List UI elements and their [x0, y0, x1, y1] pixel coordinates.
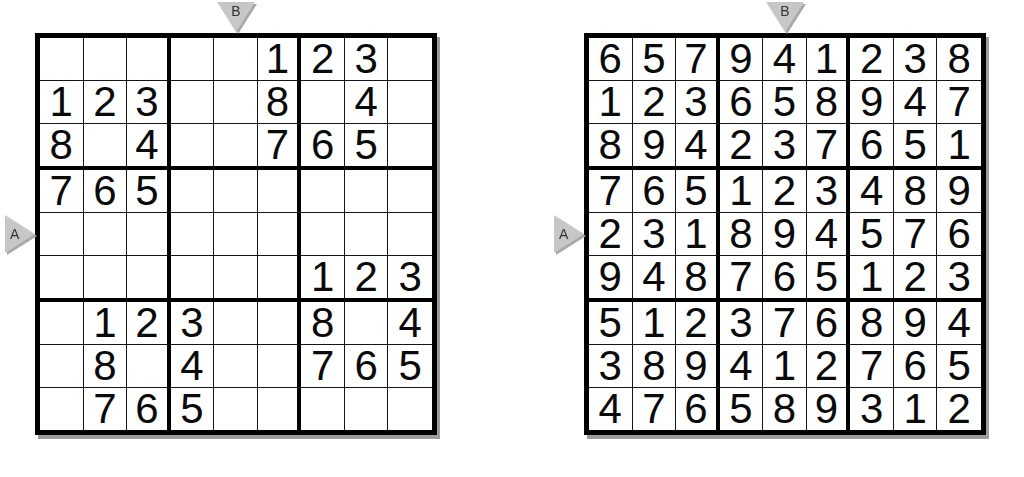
marker-b-label: B: [780, 3, 789, 19]
cell-r8c3[interactable]: [127, 345, 171, 388]
cell-r1c2[interactable]: [84, 38, 128, 81]
cell-r4c7: 4: [850, 170, 894, 213]
cell-r3c9: 1: [937, 124, 981, 170]
cell-r3c5: 3: [763, 124, 807, 170]
cell-r6c1[interactable]: [40, 256, 84, 302]
cell-r3c8: 5: [894, 124, 938, 170]
cell-r2c7: 9: [850, 81, 894, 124]
cell-r2c8[interactable]: 4: [345, 81, 389, 124]
cell-r3c7: 6: [850, 124, 894, 170]
column-marker-b: B: [766, 2, 804, 32]
cell-r6c4: 7: [720, 256, 764, 302]
cell-r9c9: 2: [937, 388, 981, 430]
cell-r8c5: 1: [763, 345, 807, 388]
cell-r2c7[interactable]: [301, 81, 345, 124]
cell-r1c8: 3: [894, 38, 938, 81]
cell-r5c4[interactable]: [171, 213, 215, 256]
cell-r6c2[interactable]: [84, 256, 128, 302]
cell-r5c7[interactable]: [301, 213, 345, 256]
cell-r2c1: 1: [589, 81, 633, 124]
cell-r8c1: 3: [589, 345, 633, 388]
cell-r6c8: 2: [894, 256, 938, 302]
cell-r9c8[interactable]: [345, 388, 389, 431]
cell-r3c3: 4: [676, 124, 720, 170]
cell-r4c8: 8: [894, 170, 938, 213]
cell-r5c5[interactable]: [214, 213, 258, 256]
cell-r5c1[interactable]: [40, 213, 84, 256]
cell-r4c9[interactable]: [388, 170, 432, 213]
cell-r1c8[interactable]: 3: [345, 38, 389, 81]
cell-r4c4: 1: [720, 170, 764, 213]
cell-r1c6: 1: [807, 38, 851, 81]
cell-r3c3[interactable]: 4: [127, 124, 171, 170]
sudoku-board-solution: B A 657941238123658947894237651765123489…: [584, 33, 986, 435]
sudoku-grid-puzzle: 12312384847657651231238484765765: [35, 33, 437, 435]
cell-r9c3[interactable]: 6: [127, 388, 171, 431]
cell-r5c2: 3: [633, 213, 677, 256]
cell-r4c1[interactable]: 7: [40, 170, 84, 213]
marker-a-label: A: [559, 226, 568, 242]
cell-r8c7[interactable]: 7: [301, 345, 345, 388]
cell-r6c8[interactable]: 2: [345, 256, 389, 302]
cell-r1c4: 9: [720, 38, 764, 81]
cell-r8c4[interactable]: 4: [171, 345, 215, 388]
cell-r5c6[interactable]: [258, 213, 302, 256]
cell-r3c2[interactable]: [84, 124, 128, 170]
cell-r2c3[interactable]: 3: [127, 81, 171, 124]
cell-r1c7[interactable]: 2: [301, 38, 345, 81]
cell-r8c5[interactable]: [214, 345, 258, 388]
cell-r1c1: 6: [589, 38, 633, 81]
cell-r9c8: 1: [894, 388, 938, 430]
cell-r8c1[interactable]: [40, 345, 84, 388]
cell-r2c8: 4: [894, 81, 938, 124]
cell-r7c3[interactable]: 2: [127, 302, 171, 345]
cell-r4c7[interactable]: [301, 170, 345, 213]
cell-r7c4[interactable]: 3: [171, 302, 215, 345]
row-marker-a: A: [554, 215, 584, 253]
cell-r6c9[interactable]: 3: [388, 256, 432, 302]
cell-r3c4: 2: [720, 124, 764, 170]
cell-r9c4: 5: [720, 388, 764, 430]
cell-r5c1: 2: [589, 213, 633, 256]
cell-r2c1[interactable]: 1: [40, 81, 84, 124]
cell-r7c5[interactable]: [214, 302, 258, 345]
cell-r7c4: 3: [720, 302, 764, 345]
cell-r9c2[interactable]: 7: [84, 388, 128, 431]
cell-r9c5[interactable]: [214, 388, 258, 431]
cell-r7c8[interactable]: [345, 302, 389, 345]
cell-r2c4[interactable]: [171, 81, 215, 124]
cell-r5c7: 5: [850, 213, 894, 256]
cell-r4c4[interactable]: [171, 170, 215, 213]
cell-r7c8: 9: [894, 302, 938, 345]
cell-r8c8[interactable]: 6: [345, 345, 389, 388]
cell-r2c3: 3: [676, 81, 720, 124]
cell-r1c3: 7: [676, 38, 720, 81]
cell-r6c7[interactable]: 1: [301, 256, 345, 302]
cell-r8c4: 4: [720, 345, 764, 388]
cell-r1c5: 4: [763, 38, 807, 81]
cell-r9c5: 8: [763, 388, 807, 430]
cell-r3c1: 8: [589, 124, 633, 170]
cell-r6c1: 9: [589, 256, 633, 302]
cell-r4c8[interactable]: [345, 170, 389, 213]
cell-r8c9: 5: [937, 345, 981, 388]
sudoku-board-puzzle: B A 12312384847657651231238484765765: [35, 33, 437, 435]
cell-r6c3: 8: [676, 256, 720, 302]
cell-r3c8[interactable]: 5: [345, 124, 389, 170]
cell-r2c5: 5: [763, 81, 807, 124]
cell-r3c9[interactable]: [388, 124, 432, 170]
cell-r6c5[interactable]: [214, 256, 258, 302]
cell-r2c2[interactable]: 2: [84, 81, 128, 124]
cell-r7c2: 1: [633, 302, 677, 345]
marker-b-label: B: [231, 3, 240, 19]
cell-r8c6: 2: [807, 345, 851, 388]
cell-r8c9[interactable]: 5: [388, 345, 432, 388]
cell-r7c9: 4: [937, 302, 981, 345]
cell-r7c6: 6: [807, 302, 851, 345]
cell-r2c6: 8: [807, 81, 851, 124]
cell-r9c2: 7: [633, 388, 677, 430]
cell-r3c6: 7: [807, 124, 851, 170]
cell-r2c2: 2: [633, 81, 677, 124]
cell-r9c7[interactable]: [301, 388, 345, 431]
cell-r6c4[interactable]: [171, 256, 215, 302]
cell-r2c6[interactable]: 8: [258, 81, 302, 124]
cell-r1c6[interactable]: 1: [258, 38, 302, 81]
cell-r9c7: 3: [850, 388, 894, 430]
cell-r5c6: 4: [807, 213, 851, 256]
cell-r7c3: 2: [676, 302, 720, 345]
cell-r4c3[interactable]: 5: [127, 170, 171, 213]
row-marker-a: A: [5, 215, 35, 253]
cell-r5c8[interactable]: [345, 213, 389, 256]
cell-r8c3: 9: [676, 345, 720, 388]
cell-r4c6[interactable]: [258, 170, 302, 213]
triangle-right-icon: A: [5, 215, 35, 253]
cell-r4c1: 7: [589, 170, 633, 213]
cell-r6c7: 1: [850, 256, 894, 302]
cell-r6c2: 4: [633, 256, 677, 302]
cell-r1c7: 2: [850, 38, 894, 81]
cell-r4c2[interactable]: 6: [84, 170, 128, 213]
cell-r2c4: 6: [720, 81, 764, 124]
cell-r5c2[interactable]: [84, 213, 128, 256]
cell-r6c5: 6: [763, 256, 807, 302]
cell-r9c1[interactable]: [40, 388, 84, 431]
cell-r8c8: 6: [894, 345, 938, 388]
cell-r6c3[interactable]: [127, 256, 171, 302]
cell-r6c9: 3: [937, 256, 981, 302]
cell-r1c5[interactable]: [214, 38, 258, 81]
sudoku-grid-solution: 6579412381236589478942376517651234892318…: [584, 33, 986, 435]
cell-r3c5[interactable]: [214, 124, 258, 170]
cell-r6c6: 5: [807, 256, 851, 302]
cell-r4c2: 6: [633, 170, 677, 213]
cell-r8c2: 8: [633, 345, 677, 388]
cell-r9c6: 9: [807, 388, 851, 430]
cell-r8c7: 7: [850, 345, 894, 388]
cell-r6c6[interactable]: [258, 256, 302, 302]
cell-r3c4[interactable]: [171, 124, 215, 170]
cell-r7c5: 7: [763, 302, 807, 345]
cell-r7c7: 8: [850, 302, 894, 345]
cell-r4c3: 5: [676, 170, 720, 213]
cell-r2c9: 7: [937, 81, 981, 124]
cell-r4c5: 2: [763, 170, 807, 213]
cell-r7c6[interactable]: [258, 302, 302, 345]
cell-r5c5: 9: [763, 213, 807, 256]
cell-r7c1: 5: [589, 302, 633, 345]
cell-r1c1[interactable]: [40, 38, 84, 81]
cell-r9c9[interactable]: [388, 388, 432, 431]
cell-r9c6[interactable]: [258, 388, 302, 431]
marker-a-label: A: [10, 226, 19, 242]
triangle-right-icon: A: [554, 215, 584, 253]
cell-r9c3: 6: [676, 388, 720, 430]
cell-r1c2: 5: [633, 38, 677, 81]
cell-r3c2: 9: [633, 124, 677, 170]
cell-r1c9: 8: [937, 38, 981, 81]
cell-r3c7[interactable]: 6: [301, 124, 345, 170]
cell-r1c9[interactable]: [388, 38, 432, 81]
cell-r1c3[interactable]: [127, 38, 171, 81]
cell-r1c4[interactable]: [171, 38, 215, 81]
cell-r9c1: 4: [589, 388, 633, 430]
cell-r3c6[interactable]: 7: [258, 124, 302, 170]
triangle-down-icon: B: [217, 2, 255, 32]
column-marker-b: B: [217, 2, 255, 32]
cell-r5c9: 6: [937, 213, 981, 256]
cell-r2c9[interactable]: [388, 81, 432, 124]
cell-r5c3: 1: [676, 213, 720, 256]
cell-r7c2[interactable]: 1: [84, 302, 128, 345]
cell-r3c1[interactable]: 8: [40, 124, 84, 170]
cell-r7c1[interactable]: [40, 302, 84, 345]
cell-r7c9[interactable]: 4: [388, 302, 432, 345]
cell-r8c6[interactable]: [258, 345, 302, 388]
cell-r8c2[interactable]: 8: [84, 345, 128, 388]
triangle-down-icon: B: [766, 2, 804, 32]
cell-r7c7[interactable]: 8: [301, 302, 345, 345]
cell-r2c5[interactable]: [214, 81, 258, 124]
cell-r4c9: 9: [937, 170, 981, 213]
cell-r4c6: 3: [807, 170, 851, 213]
cell-r5c8: 7: [894, 213, 938, 256]
cell-r5c9[interactable]: [388, 213, 432, 256]
cell-r5c3[interactable]: [127, 213, 171, 256]
cell-r9c4[interactable]: 5: [171, 388, 215, 431]
cell-r5c4: 8: [720, 213, 764, 256]
cell-r4c5[interactable]: [214, 170, 258, 213]
